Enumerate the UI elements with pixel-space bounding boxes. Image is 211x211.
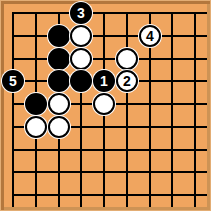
grid-line-horizontal (12, 12, 207, 14)
move-number-label: 1 (100, 74, 108, 88)
grid-line-horizontal (12, 149, 207, 151)
move-number-label: 2 (123, 74, 131, 88)
move-number-label: 5 (9, 74, 17, 88)
black-stone: 1 (93, 70, 115, 92)
white-stone (25, 116, 47, 138)
white-stone: 2 (116, 70, 138, 92)
white-stone (70, 48, 92, 70)
grid-line-vertical (12, 12, 14, 207)
grid-line-horizontal (12, 35, 207, 37)
white-stone: 4 (139, 25, 161, 47)
white-stone (93, 93, 115, 115)
black-stone (48, 25, 70, 47)
black-stone: 3 (70, 2, 92, 24)
white-stone (116, 48, 138, 70)
black-stone (70, 70, 92, 92)
white-stone (48, 116, 70, 138)
move-number-label: 3 (77, 6, 85, 20)
grid-line-vertical (126, 12, 128, 207)
black-stone (48, 70, 70, 92)
black-stone (25, 93, 47, 115)
black-stone: 5 (2, 70, 24, 92)
grid-line-horizontal (12, 58, 207, 60)
black-stone (48, 48, 70, 70)
white-stone (70, 25, 92, 47)
grid-line-horizontal (12, 171, 207, 173)
grid-line-vertical (194, 12, 196, 207)
grid-line-vertical (171, 12, 173, 207)
grid-line-horizontal (12, 194, 207, 196)
go-board-diagram: 34512 (0, 0, 211, 211)
white-stone (48, 93, 70, 115)
move-number-label: 4 (146, 29, 154, 43)
